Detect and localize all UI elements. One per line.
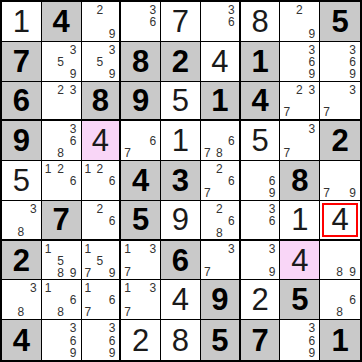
cell-r0c5[interactable]: 36 xyxy=(201,2,241,42)
cell-r0c0[interactable]: 1 xyxy=(2,2,42,42)
cell-r1c8[interactable]: 369 xyxy=(320,42,360,82)
candidate-digit: 6 xyxy=(269,215,276,227)
given-digit: 2 xyxy=(13,245,30,276)
candidate-digit: 2 xyxy=(216,203,223,215)
candidate-digit: 6 xyxy=(349,294,356,306)
pencil-marks: 369 xyxy=(42,320,81,360)
candidate-digit: 2 xyxy=(216,163,223,175)
candidate-digit: 9 xyxy=(109,347,116,359)
cell-r8c7[interactable]: 369 xyxy=(280,320,320,360)
pencil-marks: 267 xyxy=(201,161,239,200)
cell-r3c0[interactable]: 9 xyxy=(2,121,42,161)
candidate-digit: 2 xyxy=(57,84,64,96)
candidate-digit: 8 xyxy=(57,306,64,318)
candidate-digit: 1 xyxy=(85,243,92,255)
solved-digit: 8 xyxy=(251,6,268,37)
pencil-marks: 36 xyxy=(121,2,160,41)
cell-r7c0[interactable]: 38 xyxy=(2,280,42,320)
candidate-digit: 7 xyxy=(283,147,290,159)
candidate-digit: 9 xyxy=(70,68,77,80)
cell-r5c0[interactable]: 38 xyxy=(2,201,42,241)
cell-r6c6[interactable]: 39 xyxy=(241,241,281,281)
cell-r6c7[interactable]: 4 xyxy=(280,241,320,281)
candidate-digit: 6 xyxy=(70,175,77,187)
cell-r1c5[interactable]: 4 xyxy=(201,42,241,82)
candidate-digit: 2 xyxy=(296,84,303,96)
given-digit: 5 xyxy=(291,284,308,315)
cell-r4c7[interactable]: 8 xyxy=(280,161,320,201)
cell-r5c8[interactable]: 4 xyxy=(320,201,360,241)
sudoku-board: 1429367368295735935982413693696238951423… xyxy=(0,0,362,362)
cell-r5c1[interactable]: 7 xyxy=(42,201,82,241)
candidate-digit: 9 xyxy=(109,267,116,279)
cell-r7c2[interactable]: 167 xyxy=(82,280,122,320)
candidate-digit: 5 xyxy=(57,255,64,267)
cell-r4c5[interactable]: 267 xyxy=(201,161,241,201)
candidate-digit: 3 xyxy=(349,84,356,96)
candidate-digit: 9 xyxy=(309,68,316,80)
candidate-digit: 8 xyxy=(18,306,25,318)
cell-r0c1[interactable]: 4 xyxy=(42,2,82,42)
cell-r4c2[interactable]: 126 xyxy=(82,161,122,201)
cell-r8c5[interactable]: 5 xyxy=(201,320,241,360)
candidate-digit: 6 xyxy=(70,294,77,306)
given-digit: 5 xyxy=(331,6,348,37)
candidate-digit: 6 xyxy=(109,335,116,347)
candidate-digit: 6 xyxy=(349,56,356,68)
cell-r5c3[interactable]: 5 xyxy=(121,201,161,241)
pencil-marks: 126 xyxy=(42,161,81,200)
candidate-digit: 6 xyxy=(109,215,116,227)
candidate-digit: 3 xyxy=(228,243,235,255)
candidate-digit: 9 xyxy=(109,68,116,80)
candidate-digit: 3 xyxy=(149,282,156,294)
cell-r3c4[interactable]: 1 xyxy=(161,121,201,161)
cell-r8c0[interactable]: 4 xyxy=(2,320,42,360)
given-digit: 1 xyxy=(331,325,348,356)
candidate-digit: 8 xyxy=(336,266,343,278)
candidate-digit: 2 xyxy=(97,163,104,175)
candidate-digit: 3 xyxy=(30,203,37,215)
candidate-digit: 3 xyxy=(309,84,316,96)
cell-r4c8[interactable]: 79 xyxy=(320,161,360,201)
given-digit: 6 xyxy=(13,85,30,116)
cell-r2c4[interactable]: 5 xyxy=(161,82,201,122)
cell-r7c6[interactable]: 2 xyxy=(241,280,281,320)
pencil-marks: 37 xyxy=(201,241,239,280)
given-digit: 5 xyxy=(132,204,149,235)
candidate-digit: 7 xyxy=(124,306,131,318)
pencil-marks: 359 xyxy=(42,42,81,81)
cell-r2c8[interactable]: 37 xyxy=(320,82,360,122)
cell-r3c8[interactable]: 2 xyxy=(320,121,360,161)
pencil-marks: 29 xyxy=(82,2,120,41)
candidate-digit: 2 xyxy=(97,4,104,16)
pencil-marks: 37 xyxy=(320,82,360,120)
cell-r7c4[interactable]: 4 xyxy=(161,280,201,320)
cell-r7c5[interactable]: 9 xyxy=(201,280,241,320)
pencil-marks: 368 xyxy=(42,121,81,160)
pencil-marks: 36 xyxy=(241,201,280,239)
candidate-digit: 7 xyxy=(124,266,131,278)
cell-r8c1[interactable]: 369 xyxy=(42,320,82,360)
given-digit: 8 xyxy=(92,85,109,116)
cell-r6c5[interactable]: 37 xyxy=(201,241,241,281)
pencil-marks: 137 xyxy=(121,280,160,319)
candidate-digit: 7 xyxy=(204,147,211,159)
pencil-marks: 369 xyxy=(280,42,319,81)
given-digit: 4 xyxy=(132,165,149,196)
solved-digit: 4 xyxy=(291,245,308,276)
solved-digit: 1 xyxy=(172,125,189,156)
cell-r5c2[interactable]: 26 xyxy=(82,201,122,241)
candidate-digit: 3 xyxy=(309,123,316,135)
cell-r2c1[interactable]: 23 xyxy=(42,82,82,122)
given-digit: 1 xyxy=(251,46,268,77)
candidate-digit: 3 xyxy=(109,44,116,56)
candidate-digit: 7 xyxy=(85,306,92,318)
given-digit: 5 xyxy=(211,325,228,356)
cell-r4c6[interactable]: 69 xyxy=(241,161,281,201)
candidate-digit: 5 xyxy=(57,56,64,68)
pencil-marks: 137 xyxy=(121,241,160,280)
cell-r7c7[interactable]: 5 xyxy=(280,280,320,320)
candidate-digit: 8 xyxy=(336,306,343,318)
cell-r8c8[interactable]: 1 xyxy=(320,320,360,360)
solved-digit: 2 xyxy=(132,325,149,356)
given-digit: 7 xyxy=(13,46,30,77)
cell-r2c0[interactable]: 6 xyxy=(2,82,42,122)
pencil-marks: 369 xyxy=(280,320,319,360)
cell-r6c1[interactable]: 1589 xyxy=(42,241,82,281)
solved-digit: 9 xyxy=(172,204,189,235)
candidate-digit: 7 xyxy=(323,187,330,199)
pencil-marks: 67 xyxy=(121,121,160,160)
candidate-digit: 9 xyxy=(349,266,356,278)
candidate-digit: 6 xyxy=(309,56,316,68)
solved-digit: 1 xyxy=(291,204,308,235)
pencil-marks: 237 xyxy=(280,82,319,120)
pencil-marks: 38 xyxy=(2,280,41,319)
pencil-marks: 1589 xyxy=(42,241,81,280)
given-digit: 6 xyxy=(172,245,189,276)
candidate-digit: 1 xyxy=(85,282,92,294)
pencil-marks: 168 xyxy=(42,280,81,319)
solved-digit: 4 xyxy=(331,204,348,235)
cell-r4c4[interactable]: 3 xyxy=(161,161,201,201)
candidate-digit: 6 xyxy=(309,335,316,347)
given-digit: 7 xyxy=(251,325,268,356)
cell-r6c0[interactable]: 2 xyxy=(2,241,42,281)
candidate-digit: 1 xyxy=(45,243,52,255)
candidate-digit: 9 xyxy=(349,68,356,80)
solved-digit: 2 xyxy=(251,284,268,315)
candidate-digit: 7 xyxy=(204,187,211,199)
cell-r3c7[interactable]: 37 xyxy=(280,121,320,161)
pencil-marks: 37 xyxy=(280,121,319,160)
candidate-digit: 7 xyxy=(204,266,211,278)
cell-r4c0[interactable]: 5 xyxy=(2,161,42,201)
pencil-marks: 39 xyxy=(241,241,280,280)
pencil-marks: 89 xyxy=(320,241,360,280)
cell-r2c5[interactable]: 1 xyxy=(201,82,241,122)
cell-r5c4[interactable]: 9 xyxy=(161,201,201,241)
candidate-digit: 3 xyxy=(349,44,356,56)
cell-r3c1[interactable]: 368 xyxy=(42,121,82,161)
candidate-digit: 1 xyxy=(85,163,92,175)
cell-r0c7[interactable]: 29 xyxy=(280,2,320,42)
cell-r3c3[interactable]: 67 xyxy=(121,121,161,161)
candidate-digit: 3 xyxy=(309,322,316,334)
solved-digit: 5 xyxy=(251,125,268,156)
candidate-digit: 8 xyxy=(216,147,223,159)
pencil-marks: 38 xyxy=(2,201,41,239)
cell-r7c3[interactable]: 137 xyxy=(121,280,161,320)
solved-digit: 1 xyxy=(13,6,30,37)
given-digit: 7 xyxy=(53,204,70,235)
cell-r0c4[interactable]: 7 xyxy=(161,2,201,42)
candidate-digit: 8 xyxy=(216,227,223,239)
candidate-digit: 1 xyxy=(124,243,131,255)
candidate-digit: 3 xyxy=(30,282,37,294)
candidate-digit: 3 xyxy=(309,44,316,56)
cell-r0c6[interactable]: 8 xyxy=(241,2,281,42)
candidate-digit: 3 xyxy=(70,322,77,334)
candidate-digit: 6 xyxy=(228,215,235,227)
cell-r1c7[interactable]: 369 xyxy=(280,42,320,82)
pencil-marks: 23 xyxy=(42,82,81,120)
cell-r1c0[interactable]: 7 xyxy=(2,42,42,82)
given-digit: 2 xyxy=(331,125,348,156)
cell-r6c8[interactable]: 89 xyxy=(320,241,360,281)
candidate-digit: 3 xyxy=(109,322,116,334)
pencil-marks: 36 xyxy=(201,2,239,41)
candidate-digit: 3 xyxy=(70,44,77,56)
pencil-marks: 126 xyxy=(82,161,120,200)
given-digit: 9 xyxy=(13,125,30,156)
given-digit: 4 xyxy=(53,6,70,37)
given-digit: 8 xyxy=(291,165,308,196)
given-digit: 8 xyxy=(132,46,149,77)
candidate-digit: 6 xyxy=(149,16,156,28)
candidate-digit: 9 xyxy=(349,187,356,199)
candidate-digit: 3 xyxy=(149,243,156,255)
cell-r2c3[interactable]: 9 xyxy=(121,82,161,122)
solved-digit: 4 xyxy=(92,125,109,156)
cell-r0c8[interactable]: 5 xyxy=(320,2,360,42)
candidate-digit: 6 xyxy=(109,294,116,306)
candidate-digit: 2 xyxy=(97,203,104,215)
candidate-digit: 9 xyxy=(109,28,116,40)
candidate-digit: 9 xyxy=(269,266,276,278)
candidate-digit: 6 xyxy=(228,16,235,28)
cell-r0c2[interactable]: 29 xyxy=(82,2,122,42)
pencil-marks: 68 xyxy=(320,280,360,319)
cell-r6c4[interactable]: 6 xyxy=(161,241,201,281)
solved-digit: 4 xyxy=(211,46,228,77)
candidate-digit: 2 xyxy=(296,4,303,16)
given-digit: 1 xyxy=(211,85,228,116)
candidate-digit: 6 xyxy=(228,175,235,187)
cell-r1c6[interactable]: 1 xyxy=(241,42,281,82)
candidate-digit: 7 xyxy=(323,106,330,118)
pencil-marks: 359 xyxy=(82,42,120,81)
cell-r8c3[interactable]: 2 xyxy=(121,320,161,360)
candidate-digit: 3 xyxy=(70,84,77,96)
candidate-digit: 6 xyxy=(109,175,116,187)
candidate-digit: 7 xyxy=(85,267,92,279)
pencil-marks: 26 xyxy=(82,201,120,239)
solved-digit: 4 xyxy=(172,284,189,315)
given-digit: 2 xyxy=(172,46,189,77)
candidate-digit: 2 xyxy=(57,163,64,175)
candidate-digit: 1 xyxy=(45,163,52,175)
pencil-marks: 1579 xyxy=(82,241,120,280)
cell-r7c8[interactable]: 68 xyxy=(320,280,360,320)
candidate-digit: 1 xyxy=(45,282,52,294)
cell-r3c5[interactable]: 678 xyxy=(201,121,241,161)
candidate-digit: 9 xyxy=(70,267,77,279)
cell-r1c4[interactable]: 2 xyxy=(161,42,201,82)
candidate-digit: 9 xyxy=(309,347,316,359)
given-digit: 9 xyxy=(132,85,149,116)
candidate-digit: 7 xyxy=(124,147,131,159)
pencil-marks: 369 xyxy=(82,320,120,360)
cell-r0c3[interactable]: 36 xyxy=(121,2,161,42)
candidate-digit: 1 xyxy=(124,282,131,294)
cell-r4c1[interactable]: 126 xyxy=(42,161,82,201)
candidate-digit: 8 xyxy=(18,226,25,238)
cell-r2c2[interactable]: 8 xyxy=(82,82,122,122)
cell-r3c6[interactable]: 5 xyxy=(241,121,281,161)
cell-r5c5[interactable]: 268 xyxy=(201,201,241,241)
pencil-marks: 678 xyxy=(201,121,239,160)
solved-digit: 7 xyxy=(172,6,189,37)
given-digit: 9 xyxy=(211,284,228,315)
pencil-marks: 29 xyxy=(280,2,319,41)
cell-r6c2[interactable]: 1579 xyxy=(82,241,122,281)
candidate-digit: 3 xyxy=(269,243,276,255)
solved-digit: 5 xyxy=(13,165,30,196)
candidate-digit: 6 xyxy=(228,135,235,147)
cell-r3c2[interactable]: 4 xyxy=(82,121,122,161)
pencil-marks: 69 xyxy=(241,161,280,200)
pencil-marks: 79 xyxy=(320,161,360,200)
pencil-marks: 167 xyxy=(82,280,120,319)
cell-r8c4[interactable]: 8 xyxy=(161,320,201,360)
pencil-marks: 268 xyxy=(201,201,239,239)
candidate-digit: 6 xyxy=(70,135,77,147)
solved-digit: 5 xyxy=(172,85,189,116)
solved-digit: 8 xyxy=(172,325,189,356)
cell-r2c7[interactable]: 237 xyxy=(280,82,320,122)
cell-r2c6[interactable]: 4 xyxy=(241,82,281,122)
candidate-digit: 5 xyxy=(97,255,104,267)
cell-r8c6[interactable]: 7 xyxy=(241,320,281,360)
candidate-digit: 7 xyxy=(283,106,290,118)
cell-r1c2[interactable]: 359 xyxy=(82,42,122,82)
candidate-digit: 6 xyxy=(70,335,77,347)
candidate-digit: 9 xyxy=(70,347,77,359)
candidate-digit: 9 xyxy=(269,187,276,199)
cell-r5c7[interactable]: 1 xyxy=(280,201,320,241)
pencil-marks: 369 xyxy=(320,42,360,81)
candidate-digit: 9 xyxy=(309,28,316,40)
candidate-digit: 5 xyxy=(97,56,104,68)
cell-r6c3[interactable]: 137 xyxy=(121,241,161,281)
cell-r8c2[interactable]: 369 xyxy=(82,320,122,360)
cell-r4c3[interactable]: 4 xyxy=(121,161,161,201)
candidate-digit: 8 xyxy=(57,267,64,279)
cell-r1c3[interactable]: 8 xyxy=(121,42,161,82)
candidate-digit: 8 xyxy=(57,147,64,159)
cell-r5c6[interactable]: 36 xyxy=(241,201,281,241)
given-digit: 4 xyxy=(13,325,30,356)
candidate-digit: 6 xyxy=(149,135,156,147)
cell-r7c1[interactable]: 168 xyxy=(42,280,82,320)
cell-r1c1[interactable]: 359 xyxy=(42,42,82,82)
given-digit: 4 xyxy=(251,85,268,116)
given-digit: 3 xyxy=(172,165,189,196)
